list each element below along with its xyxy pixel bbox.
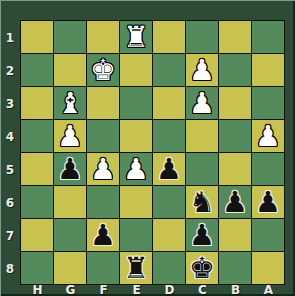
square-a7[interactable] <box>252 219 284 251</box>
black-pawn: ♟ <box>153 153 185 185</box>
file-label-a: A <box>252 285 285 296</box>
square-a6[interactable]: ♟ <box>252 186 284 218</box>
square-g5[interactable]: ♟ <box>54 153 86 185</box>
square-e7[interactable] <box>120 219 152 251</box>
square-b6[interactable]: ♟ <box>219 186 251 218</box>
square-b5[interactable] <box>219 153 251 185</box>
file-label-d: D <box>153 285 186 296</box>
white-pawn: ♟ <box>87 153 119 185</box>
square-g7[interactable] <box>54 219 86 251</box>
white-pawn: ♟ <box>54 120 86 152</box>
square-e2[interactable] <box>120 54 152 86</box>
square-a4[interactable]: ♟ <box>252 120 284 152</box>
square-d7[interactable] <box>153 219 185 251</box>
square-a3[interactable] <box>252 87 284 119</box>
square-d1[interactable] <box>153 21 185 53</box>
square-e5[interactable]: ♟ <box>120 153 152 185</box>
square-f1[interactable] <box>87 21 119 53</box>
black-knight: ♞ <box>186 186 218 218</box>
black-pawn: ♟ <box>54 153 86 185</box>
square-c8[interactable]: ♚ <box>186 252 218 284</box>
square-b3[interactable] <box>219 87 251 119</box>
rank-label-2: 2 <box>0 54 20 87</box>
square-f2[interactable]: ♚ <box>87 54 119 86</box>
square-c7[interactable]: ♟ <box>186 219 218 251</box>
square-e6[interactable] <box>120 186 152 218</box>
black-pawn: ♟ <box>219 186 251 218</box>
square-a2[interactable] <box>252 54 284 86</box>
square-d4[interactable] <box>153 120 185 152</box>
white-pawn: ♟ <box>186 87 218 119</box>
square-b7[interactable] <box>219 219 251 251</box>
white-king: ♚ <box>87 54 119 86</box>
file-label-e: E <box>120 285 153 296</box>
square-g3[interactable]: ♝ <box>54 87 86 119</box>
square-g2[interactable] <box>54 54 86 86</box>
square-d3[interactable] <box>153 87 185 119</box>
square-h1[interactable] <box>21 21 53 53</box>
square-c6[interactable]: ♞ <box>186 186 218 218</box>
square-c2[interactable]: ♟ <box>186 54 218 86</box>
square-f3[interactable] <box>87 87 119 119</box>
rank-label-8: 8 <box>0 252 20 285</box>
square-g6[interactable] <box>54 186 86 218</box>
rank-label-4: 4 <box>0 120 20 153</box>
square-a5[interactable] <box>252 153 284 185</box>
black-pawn: ♟ <box>87 219 119 251</box>
white-rook: ♜ <box>120 21 152 53</box>
rank-label-7: 7 <box>0 219 20 252</box>
white-bishop: ♝ <box>54 87 86 119</box>
square-c5[interactable] <box>186 153 218 185</box>
square-a8[interactable] <box>252 252 284 284</box>
rank-label-3: 3 <box>0 87 20 120</box>
square-e3[interactable] <box>120 87 152 119</box>
square-f5[interactable]: ♟ <box>87 153 119 185</box>
file-label-f: F <box>87 285 120 296</box>
square-d5[interactable]: ♟ <box>153 153 185 185</box>
square-h6[interactable] <box>21 186 53 218</box>
square-b1[interactable] <box>219 21 251 53</box>
square-e1[interactable]: ♜ <box>120 21 152 53</box>
square-f6[interactable] <box>87 186 119 218</box>
square-h5[interactable] <box>21 153 53 185</box>
black-rook: ♜ <box>120 252 152 284</box>
square-h3[interactable] <box>21 87 53 119</box>
square-h7[interactable] <box>21 219 53 251</box>
white-pawn: ♟ <box>186 54 218 86</box>
file-label-b: B <box>219 285 252 296</box>
rank-label-1: 1 <box>0 21 20 54</box>
file-label-h: H <box>21 285 54 296</box>
square-d8[interactable] <box>153 252 185 284</box>
square-e4[interactable] <box>120 120 152 152</box>
square-b4[interactable] <box>219 120 251 152</box>
square-h8[interactable] <box>21 252 53 284</box>
file-label-g: G <box>54 285 87 296</box>
chess-board: ♜♚♟♝♟♟♟♟♟♟♟♞♟♟♟♟♜♚ <box>20 20 285 285</box>
square-h2[interactable] <box>21 54 53 86</box>
square-h4[interactable] <box>21 120 53 152</box>
square-d2[interactable] <box>153 54 185 86</box>
black-pawn: ♟ <box>252 186 284 218</box>
black-king: ♚ <box>186 252 218 284</box>
square-c4[interactable] <box>186 120 218 152</box>
square-c1[interactable] <box>186 21 218 53</box>
square-g1[interactable] <box>54 21 86 53</box>
white-pawn: ♟ <box>120 153 152 185</box>
square-c3[interactable]: ♟ <box>186 87 218 119</box>
square-f8[interactable] <box>87 252 119 284</box>
square-e8[interactable]: ♜ <box>120 252 152 284</box>
square-a1[interactable] <box>252 21 284 53</box>
rank-label-5: 5 <box>0 153 20 186</box>
square-d6[interactable] <box>153 186 185 218</box>
square-b2[interactable] <box>219 54 251 86</box>
file-label-c: C <box>186 285 219 296</box>
chess-board-window: 12345678 ♜♚♟♝♟♟♟♟♟♟♟♞♟♟♟♟♜♚ HGFEDCBA <box>0 0 295 296</box>
square-g8[interactable] <box>54 252 86 284</box>
square-g4[interactable]: ♟ <box>54 120 86 152</box>
black-pawn: ♟ <box>186 219 218 251</box>
square-f7[interactable]: ♟ <box>87 219 119 251</box>
white-pawn: ♟ <box>252 120 284 152</box>
square-b8[interactable] <box>219 252 251 284</box>
rank-labels: 12345678 <box>0 21 20 285</box>
square-f4[interactable] <box>87 120 119 152</box>
rank-label-6: 6 <box>0 186 20 219</box>
file-labels: HGFEDCBA <box>21 285 285 296</box>
